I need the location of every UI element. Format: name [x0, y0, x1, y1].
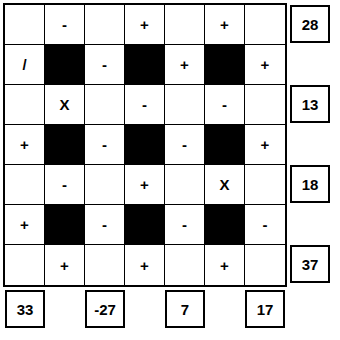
black-cell-r4c2	[45, 125, 85, 165]
black-cell-r2c6	[205, 45, 245, 85]
black-cell-r2c2	[45, 45, 85, 85]
operator-cell-r2c5: +	[165, 45, 205, 85]
row-result-value: 13	[302, 97, 319, 112]
operator-cell-r1c2: -	[45, 5, 85, 45]
row-result-value: 37	[302, 257, 319, 272]
black-cell-r4c4	[125, 125, 165, 165]
col-result-box-3: -27	[85, 290, 125, 328]
operator-cell-r1c6: +	[205, 5, 245, 45]
operator-cell-r2c7: +	[245, 45, 285, 85]
operator-cell-r7c2: +	[45, 245, 85, 285]
col-result-value: -27	[94, 302, 116, 317]
black-cell-r4c6	[205, 125, 245, 165]
col-result-value: 33	[17, 302, 34, 317]
operator-cell-r4c5: -	[165, 125, 205, 165]
col-result-box-5: 7	[165, 290, 205, 328]
black-cell-r6c2	[45, 205, 85, 245]
row-result-box-7: 37	[290, 245, 330, 283]
number-cell-r5c3[interactable]	[85, 165, 125, 205]
operator-cell-r5c4: +	[125, 165, 165, 205]
operator-cell-r3c2: X	[45, 85, 85, 125]
number-cell-r7c7[interactable]	[245, 245, 285, 285]
row-result-box-1: 28	[290, 5, 330, 43]
number-cell-r5c1[interactable]	[5, 165, 45, 205]
number-cell-r1c5[interactable]	[165, 5, 205, 45]
operator-cell-r7c4: +	[125, 245, 165, 285]
number-cell-r5c5[interactable]	[165, 165, 205, 205]
col-result-value: 7	[181, 302, 189, 317]
operator-cell-r7c6: +	[205, 245, 245, 285]
operator-cell-r5c2: -	[45, 165, 85, 205]
row-result-box-3: 13	[290, 85, 330, 123]
operator-cell-r2c1: /	[5, 45, 45, 85]
main-grid: -++/-++X--+--+-+X+---+++	[3, 3, 287, 287]
number-cell-r3c1[interactable]	[5, 85, 45, 125]
col-result-box-7: 17	[245, 290, 285, 328]
operator-cell-r1c4: +	[125, 5, 165, 45]
operator-cell-r6c5: -	[165, 205, 205, 245]
number-cell-r1c1[interactable]	[5, 5, 45, 45]
number-cell-r7c1[interactable]	[5, 245, 45, 285]
operator-cell-r4c1: +	[5, 125, 45, 165]
operator-cell-r2c3: -	[85, 45, 125, 85]
black-cell-r6c4	[125, 205, 165, 245]
operator-cell-r5c6: X	[205, 165, 245, 205]
number-cell-r7c3[interactable]	[85, 245, 125, 285]
row-result-box-5: 18	[290, 165, 330, 203]
operator-cell-r6c3: -	[85, 205, 125, 245]
row-result-value: 28	[302, 17, 319, 32]
number-cell-r1c3[interactable]	[85, 5, 125, 45]
puzzle-board: -++/-++X--+--+-+X+---+++ 28 13 18 37 33 …	[0, 0, 340, 340]
number-cell-r7c5[interactable]	[165, 245, 205, 285]
operator-cell-r6c7: -	[245, 205, 285, 245]
number-cell-r1c7[interactable]	[245, 5, 285, 45]
operator-cell-r6c1: +	[5, 205, 45, 245]
number-cell-r3c7[interactable]	[245, 85, 285, 125]
black-cell-r6c6	[205, 205, 245, 245]
black-cell-r2c4	[125, 45, 165, 85]
col-result-value: 17	[257, 302, 274, 317]
col-result-box-1: 33	[5, 290, 45, 328]
operator-cell-r4c3: -	[85, 125, 125, 165]
operator-cell-r3c6: -	[205, 85, 245, 125]
operator-cell-r4c7: +	[245, 125, 285, 165]
number-cell-r3c3[interactable]	[85, 85, 125, 125]
number-cell-r5c7[interactable]	[245, 165, 285, 205]
operator-cell-r3c4: -	[125, 85, 165, 125]
number-cell-r3c5[interactable]	[165, 85, 205, 125]
row-result-value: 18	[302, 177, 319, 192]
